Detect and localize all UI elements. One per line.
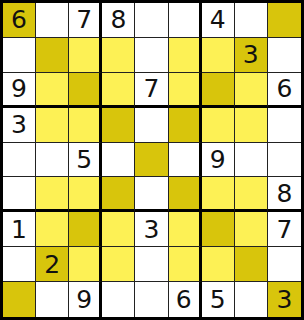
cell-r4c6[interactable]: 9 xyxy=(202,143,235,178)
cell-r8c5[interactable]: 6 xyxy=(169,282,202,317)
cell-r1c0[interactable] xyxy=(3,38,36,73)
cell-r5c6[interactable] xyxy=(202,177,235,212)
cell-r6c1[interactable] xyxy=(36,212,69,247)
cell-r2c8[interactable]: 6 xyxy=(268,73,301,108)
cell-r6c3[interactable] xyxy=(102,212,135,247)
cell-r8c1[interactable] xyxy=(36,282,69,317)
cell-r7c5[interactable] xyxy=(169,247,202,282)
cell-r8c0[interactable] xyxy=(3,282,36,317)
cell-r3c5[interactable] xyxy=(169,108,202,143)
cell-r0c3[interactable]: 8 xyxy=(102,3,135,38)
cell-r6c4[interactable]: 3 xyxy=(135,212,168,247)
cell-r0c2[interactable]: 7 xyxy=(69,3,102,38)
cell-r3c3[interactable] xyxy=(102,108,135,143)
cell-r2c1[interactable] xyxy=(36,73,69,108)
cell-r8c8[interactable]: 3 xyxy=(268,282,301,317)
cell-r4c2[interactable]: 5 xyxy=(69,143,102,178)
cell-r1c1[interactable] xyxy=(36,38,69,73)
cell-r1c8[interactable] xyxy=(268,38,301,73)
cell-r6c7[interactable] xyxy=(235,212,268,247)
cell-r2c2[interactable] xyxy=(69,73,102,108)
cell-r8c2[interactable]: 9 xyxy=(69,282,102,317)
cell-r0c1[interactable] xyxy=(36,3,69,38)
cell-r3c7[interactable] xyxy=(235,108,268,143)
cell-r2c0[interactable]: 9 xyxy=(3,73,36,108)
cell-r2c7[interactable] xyxy=(235,73,268,108)
cell-r7c2[interactable] xyxy=(69,247,102,282)
cell-r2c5[interactable] xyxy=(169,73,202,108)
cell-r5c5[interactable] xyxy=(169,177,202,212)
cell-r3c4[interactable] xyxy=(135,108,168,143)
cell-r4c3[interactable] xyxy=(102,143,135,178)
cell-r8c3[interactable] xyxy=(102,282,135,317)
cell-r3c0[interactable]: 3 xyxy=(3,108,36,143)
cell-r2c6[interactable] xyxy=(202,73,235,108)
cell-r5c7[interactable] xyxy=(235,177,268,212)
cell-r7c0[interactable] xyxy=(3,247,36,282)
cell-r5c3[interactable] xyxy=(102,177,135,212)
cell-r4c0[interactable] xyxy=(3,143,36,178)
cell-r1c5[interactable] xyxy=(169,38,202,73)
cell-r8c7[interactable] xyxy=(235,282,268,317)
cell-r4c1[interactable] xyxy=(36,143,69,178)
cell-r0c7[interactable] xyxy=(235,3,268,38)
cell-r3c1[interactable] xyxy=(36,108,69,143)
cell-r0c6[interactable]: 4 xyxy=(202,3,235,38)
cell-r5c0[interactable] xyxy=(3,177,36,212)
cell-r0c4[interactable] xyxy=(135,3,168,38)
cell-r7c8[interactable] xyxy=(268,247,301,282)
cell-r7c1[interactable]: 2 xyxy=(36,247,69,282)
cell-r4c5[interactable] xyxy=(169,143,202,178)
cell-r0c5[interactable] xyxy=(169,3,202,38)
cell-r6c8[interactable]: 7 xyxy=(268,212,301,247)
cell-r6c5[interactable] xyxy=(169,212,202,247)
cell-r7c3[interactable] xyxy=(102,247,135,282)
cell-r5c1[interactable] xyxy=(36,177,69,212)
cell-r3c2[interactable] xyxy=(69,108,102,143)
sudoku-board: 67843976359813729653 xyxy=(0,0,304,320)
cell-r6c2[interactable] xyxy=(69,212,102,247)
cell-r6c6[interactable] xyxy=(202,212,235,247)
cell-r5c2[interactable] xyxy=(69,177,102,212)
cell-r3c6[interactable] xyxy=(202,108,235,143)
cell-r4c4[interactable] xyxy=(135,143,168,178)
cell-r4c8[interactable] xyxy=(268,143,301,178)
cell-r1c4[interactable] xyxy=(135,38,168,73)
cell-r6c0[interactable]: 1 xyxy=(3,212,36,247)
cell-r5c4[interactable] xyxy=(135,177,168,212)
cell-r0c8[interactable] xyxy=(268,3,301,38)
cell-r1c7[interactable]: 3 xyxy=(235,38,268,73)
cell-r1c2[interactable] xyxy=(69,38,102,73)
cell-r4c7[interactable] xyxy=(235,143,268,178)
cell-r2c3[interactable] xyxy=(102,73,135,108)
cell-r1c6[interactable] xyxy=(202,38,235,73)
cell-r5c8[interactable]: 8 xyxy=(268,177,301,212)
cell-r0c0[interactable]: 6 xyxy=(3,3,36,38)
cell-r7c7[interactable] xyxy=(235,247,268,282)
cell-r7c4[interactable] xyxy=(135,247,168,282)
cell-r8c6[interactable]: 5 xyxy=(202,282,235,317)
cell-r3c8[interactable] xyxy=(268,108,301,143)
cell-r7c6[interactable] xyxy=(202,247,235,282)
cell-r2c4[interactable]: 7 xyxy=(135,73,168,108)
cell-r1c3[interactable] xyxy=(102,38,135,73)
cell-r8c4[interactable] xyxy=(135,282,168,317)
